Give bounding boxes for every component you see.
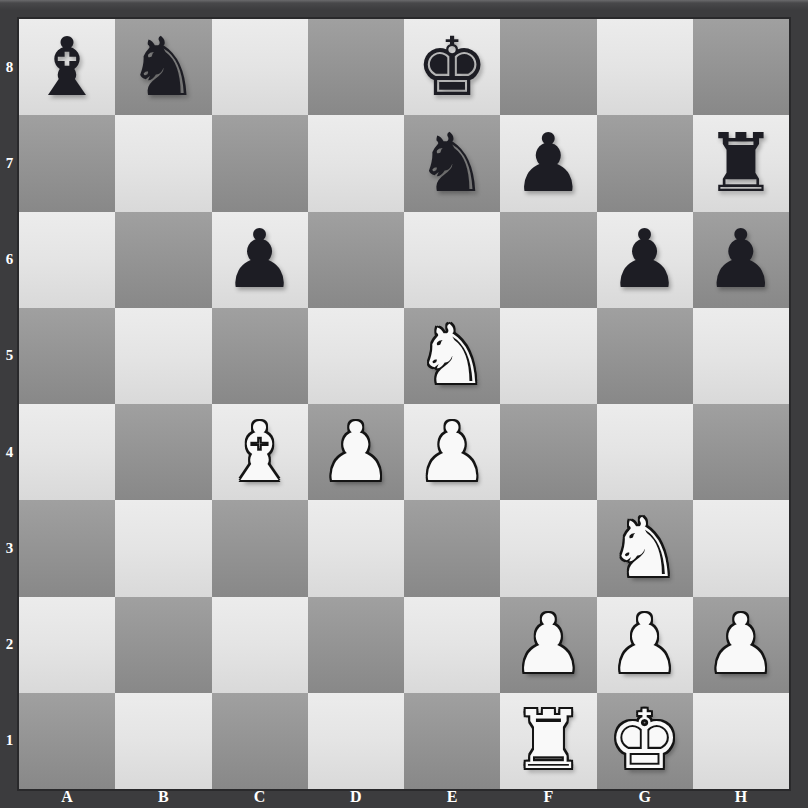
black-pawn[interactable]: ♟ bbox=[500, 115, 596, 211]
white-knight[interactable]: ♞ bbox=[404, 308, 500, 404]
square-a5[interactable] bbox=[19, 308, 115, 404]
white-pawn[interactable]: ♟ bbox=[308, 404, 404, 500]
file-label-b: B bbox=[115, 788, 211, 808]
square-c2[interactable] bbox=[212, 597, 308, 693]
square-g8[interactable] bbox=[597, 19, 693, 115]
square-b6[interactable] bbox=[115, 212, 211, 308]
rank-label-4: 4 bbox=[0, 404, 19, 500]
file-label-f: F bbox=[500, 788, 596, 808]
square-f5[interactable] bbox=[500, 308, 596, 404]
rank-label-1: 1 bbox=[0, 693, 19, 789]
file-label-h: H bbox=[693, 788, 789, 808]
black-knight[interactable]: ♞ bbox=[115, 19, 211, 115]
square-h2[interactable]: ♟ bbox=[693, 597, 789, 693]
square-a6[interactable] bbox=[19, 212, 115, 308]
black-king[interactable]: ♚ bbox=[404, 19, 500, 115]
board: ♝♞♚♞♟♜♟♟♟♞♝♟♟♞♟♟♟♜♚ bbox=[19, 19, 789, 789]
square-a3[interactable] bbox=[19, 500, 115, 596]
square-d1[interactable] bbox=[308, 693, 404, 789]
square-b8[interactable]: ♞ bbox=[115, 19, 211, 115]
square-d7[interactable] bbox=[308, 115, 404, 211]
white-bishop[interactable]: ♝ bbox=[212, 404, 308, 500]
black-knight[interactable]: ♞ bbox=[404, 115, 500, 211]
square-b4[interactable] bbox=[115, 404, 211, 500]
square-e8[interactable]: ♚ bbox=[404, 19, 500, 115]
chess-board-frame: 87654321 ABCDEFGH ♝♞♚♞♟♜♟♟♟♞♝♟♟♞♟♟♟♜♚ bbox=[0, 0, 808, 808]
square-h1[interactable] bbox=[693, 693, 789, 789]
square-c7[interactable] bbox=[212, 115, 308, 211]
file-label-e: E bbox=[404, 788, 500, 808]
rank-label-7: 7 bbox=[0, 115, 19, 211]
square-g2[interactable]: ♟ bbox=[597, 597, 693, 693]
square-c5[interactable] bbox=[212, 308, 308, 404]
black-pawn[interactable]: ♟ bbox=[693, 212, 789, 308]
square-d3[interactable] bbox=[308, 500, 404, 596]
rank-label-5: 5 bbox=[0, 308, 19, 404]
square-e7[interactable]: ♞ bbox=[404, 115, 500, 211]
black-bishop[interactable]: ♝ bbox=[19, 19, 115, 115]
white-knight[interactable]: ♞ bbox=[597, 500, 693, 596]
square-c4[interactable]: ♝ bbox=[212, 404, 308, 500]
file-label-d: D bbox=[308, 788, 404, 808]
square-d6[interactable] bbox=[308, 212, 404, 308]
square-g5[interactable] bbox=[597, 308, 693, 404]
square-d8[interactable] bbox=[308, 19, 404, 115]
square-g3[interactable]: ♞ bbox=[597, 500, 693, 596]
black-pawn[interactable]: ♟ bbox=[597, 212, 693, 308]
square-e6[interactable] bbox=[404, 212, 500, 308]
square-a7[interactable] bbox=[19, 115, 115, 211]
black-rook[interactable]: ♜ bbox=[693, 115, 789, 211]
square-e4[interactable]: ♟ bbox=[404, 404, 500, 500]
rank-label-6: 6 bbox=[0, 212, 19, 308]
square-b7[interactable] bbox=[115, 115, 211, 211]
square-g7[interactable] bbox=[597, 115, 693, 211]
square-d5[interactable] bbox=[308, 308, 404, 404]
square-f2[interactable]: ♟ bbox=[500, 597, 596, 693]
square-a4[interactable] bbox=[19, 404, 115, 500]
square-g4[interactable] bbox=[597, 404, 693, 500]
square-c1[interactable] bbox=[212, 693, 308, 789]
white-king[interactable]: ♚ bbox=[597, 693, 693, 789]
rank-label-2: 2 bbox=[0, 597, 19, 693]
square-d4[interactable]: ♟ bbox=[308, 404, 404, 500]
square-a1[interactable] bbox=[19, 693, 115, 789]
square-g6[interactable]: ♟ bbox=[597, 212, 693, 308]
square-e3[interactable] bbox=[404, 500, 500, 596]
white-pawn[interactable]: ♟ bbox=[693, 597, 789, 693]
square-g1[interactable]: ♚ bbox=[597, 693, 693, 789]
square-b2[interactable] bbox=[115, 597, 211, 693]
square-h5[interactable] bbox=[693, 308, 789, 404]
square-f6[interactable] bbox=[500, 212, 596, 308]
square-b1[interactable] bbox=[115, 693, 211, 789]
square-b5[interactable] bbox=[115, 308, 211, 404]
white-rook[interactable]: ♜ bbox=[500, 693, 596, 789]
white-pawn[interactable]: ♟ bbox=[404, 404, 500, 500]
square-h8[interactable] bbox=[693, 19, 789, 115]
square-h6[interactable]: ♟ bbox=[693, 212, 789, 308]
file-label-a: A bbox=[19, 788, 115, 808]
square-c3[interactable] bbox=[212, 500, 308, 596]
square-e5[interactable]: ♞ bbox=[404, 308, 500, 404]
rank-label-3: 3 bbox=[0, 500, 19, 596]
black-pawn[interactable]: ♟ bbox=[212, 212, 308, 308]
rank-label-8: 8 bbox=[0, 19, 19, 115]
file-label-c: C bbox=[212, 788, 308, 808]
square-d2[interactable] bbox=[308, 597, 404, 693]
square-h7[interactable]: ♜ bbox=[693, 115, 789, 211]
white-pawn[interactable]: ♟ bbox=[500, 597, 596, 693]
square-b3[interactable] bbox=[115, 500, 211, 596]
square-e1[interactable] bbox=[404, 693, 500, 789]
square-h4[interactable] bbox=[693, 404, 789, 500]
square-e2[interactable] bbox=[404, 597, 500, 693]
rank-labels: 87654321 bbox=[0, 19, 19, 789]
square-f1[interactable]: ♜ bbox=[500, 693, 596, 789]
white-pawn[interactable]: ♟ bbox=[597, 597, 693, 693]
square-a2[interactable] bbox=[19, 597, 115, 693]
square-f3[interactable] bbox=[500, 500, 596, 596]
square-c8[interactable] bbox=[212, 19, 308, 115]
square-f4[interactable] bbox=[500, 404, 596, 500]
square-f8[interactable] bbox=[500, 19, 596, 115]
square-h3[interactable] bbox=[693, 500, 789, 596]
square-f7[interactable]: ♟ bbox=[500, 115, 596, 211]
square-a8[interactable]: ♝ bbox=[19, 19, 115, 115]
file-label-g: G bbox=[597, 788, 693, 808]
file-labels: ABCDEFGH bbox=[19, 788, 789, 808]
square-c6[interactable]: ♟ bbox=[212, 212, 308, 308]
